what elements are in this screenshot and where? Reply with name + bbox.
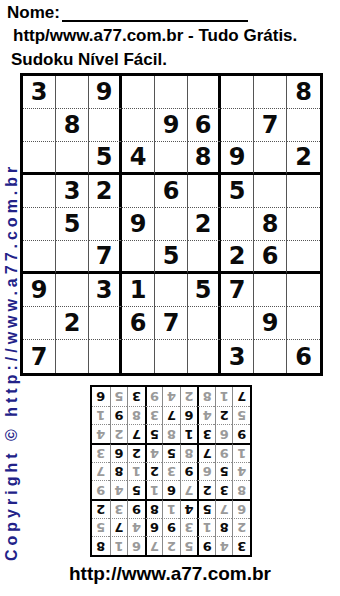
solution-cell-r9c8: 5 bbox=[110, 387, 128, 406]
solution-cell-r1c6: 7 bbox=[145, 536, 163, 555]
puzzle-cell-r9c6[interactable] bbox=[188, 340, 221, 373]
solution-cell-r5c2: 5 bbox=[215, 462, 233, 481]
solution-cell-r9c4: 2 bbox=[180, 387, 198, 406]
puzzle-cell-r4c1[interactable] bbox=[23, 175, 56, 208]
puzzle-cell-r5c9[interactable] bbox=[287, 208, 320, 241]
puzzle-cell-r6c8: 6 bbox=[254, 241, 287, 274]
puzzle-cell-r3c4: 4 bbox=[122, 142, 155, 175]
solution-cell-r7c9: 4 bbox=[92, 424, 110, 443]
puzzle-cell-r2c3[interactable] bbox=[89, 109, 122, 142]
puzzle-cell-r2c5: 9 bbox=[155, 109, 188, 142]
puzzle-cell-r8c4: 6 bbox=[122, 307, 155, 340]
puzzle-cell-r7c9[interactable] bbox=[287, 274, 320, 307]
puzzle-cell-r1c8[interactable] bbox=[254, 76, 287, 109]
solution-cell-r9c7: 3 bbox=[127, 387, 145, 406]
puzzle-cell-r5c1[interactable] bbox=[23, 208, 56, 241]
puzzle-cell-r7c4: 1 bbox=[122, 274, 155, 307]
solution-cell-r2c4: 3 bbox=[180, 518, 198, 537]
puzzle-cell-r7c8[interactable] bbox=[254, 274, 287, 307]
solution-cell-r9c9: 6 bbox=[92, 387, 110, 406]
solution-cell-r4c3: 2 bbox=[197, 480, 215, 499]
name-row: Nome: bbox=[7, 3, 248, 22]
puzzle-cell-r6c3: 7 bbox=[89, 241, 122, 274]
puzzle-cell-r3c9: 2 bbox=[287, 142, 320, 175]
solution-cell-r4c9: 9 bbox=[92, 480, 110, 499]
puzzle-cell-r4c5: 6 bbox=[155, 175, 188, 208]
puzzle-cell-r6c2[interactable] bbox=[56, 241, 89, 274]
puzzle-grid: 398896754892326559287526931572679736 bbox=[20, 73, 323, 376]
solution-cell-r4c6: 1 bbox=[145, 480, 163, 499]
solution-cell-r2c7: 4 bbox=[127, 518, 145, 537]
puzzle-cell-r1c7[interactable] bbox=[221, 76, 254, 109]
solution-cell-r5c6: 2 bbox=[145, 462, 163, 481]
puzzle-cell-r3c6: 8 bbox=[188, 142, 221, 175]
puzzle-cell-r8c8: 9 bbox=[254, 307, 287, 340]
solution-cell-r5c5: 3 bbox=[162, 462, 180, 481]
name-underline bbox=[62, 3, 248, 22]
puzzle-cell-r8c5: 7 bbox=[155, 307, 188, 340]
solution-cell-r7c2: 6 bbox=[215, 424, 233, 443]
puzzle-cell-r2c2: 8 bbox=[56, 109, 89, 142]
puzzle-cell-r2c4[interactable] bbox=[122, 109, 155, 142]
solution-cell-r1c2: 4 bbox=[215, 536, 233, 555]
solution-cell-r8c8: 9 bbox=[110, 406, 128, 425]
puzzle-cell-r5c3[interactable] bbox=[89, 208, 122, 241]
puzzle-cell-r7c3: 3 bbox=[89, 274, 122, 307]
puzzle-cell-r7c5[interactable] bbox=[155, 274, 188, 307]
solution-cell-r3c8: 3 bbox=[110, 499, 128, 518]
solution-cell-r9c5: 4 bbox=[162, 387, 180, 406]
puzzle-cell-r7c7: 7 bbox=[221, 274, 254, 307]
puzzle-level-title: Sudoku Nível Fácil. bbox=[11, 50, 167, 70]
solution-cell-r6c2: 9 bbox=[215, 443, 233, 462]
puzzle-cell-r8c9[interactable] bbox=[287, 307, 320, 340]
puzzle-cell-r1c5[interactable] bbox=[155, 76, 188, 109]
solution-cell-r3c3: 5 bbox=[197, 499, 215, 518]
puzzle-cell-r2c8: 7 bbox=[254, 109, 287, 142]
solution-cell-r5c8: 8 bbox=[110, 462, 128, 481]
solution-cell-r8c9: 1 bbox=[92, 406, 110, 425]
puzzle-cell-r1c4[interactable] bbox=[122, 76, 155, 109]
solution-cell-r2c3: 1 bbox=[197, 518, 215, 537]
puzzle-cell-r9c9: 6 bbox=[287, 340, 320, 373]
solution-cell-r4c1: 8 bbox=[232, 480, 250, 499]
puzzle-cell-r3c5[interactable] bbox=[155, 142, 188, 175]
solution-cell-r8c6: 3 bbox=[145, 406, 163, 425]
sudoku-print-page: Nome: http/www.a77.com.br - Tudo Grátis.… bbox=[0, 0, 340, 596]
puzzle-cell-r4c3: 2 bbox=[89, 175, 122, 208]
solution-cell-r7c6: 5 bbox=[145, 424, 163, 443]
puzzle-cell-r7c2[interactable] bbox=[56, 274, 89, 307]
puzzle-cell-r6c4[interactable] bbox=[122, 241, 155, 274]
solution-cell-r1c4: 5 bbox=[180, 536, 198, 555]
puzzle-cell-r8c1[interactable] bbox=[23, 307, 56, 340]
puzzle-cell-r4c6[interactable] bbox=[188, 175, 221, 208]
solution-cell-r7c5: 8 bbox=[162, 424, 180, 443]
puzzle-cell-r3c3: 5 bbox=[89, 142, 122, 175]
puzzle-cell-r2c7[interactable] bbox=[221, 109, 254, 142]
puzzle-cell-r9c4[interactable] bbox=[122, 340, 155, 373]
puzzle-cell-r8c6[interactable] bbox=[188, 307, 221, 340]
solution-cell-r6c3: 7 bbox=[197, 443, 215, 462]
puzzle-cell-r1c3: 9 bbox=[89, 76, 122, 109]
solution-grid: 3495276182813964756754189328327615494569… bbox=[90, 385, 252, 557]
solution-cell-r7c3: 3 bbox=[197, 424, 215, 443]
solution-cell-r8c1: 5 bbox=[232, 406, 250, 425]
solution-cell-r9c2: 1 bbox=[215, 387, 233, 406]
puzzle-cell-r5c6: 2 bbox=[188, 208, 221, 241]
solution-cell-r7c8: 2 bbox=[110, 424, 128, 443]
solution-cell-r2c8: 7 bbox=[110, 518, 128, 537]
solution-cell-r5c3: 6 bbox=[197, 462, 215, 481]
puzzle-cell-r7c6: 5 bbox=[188, 274, 221, 307]
solution-cell-r9c1: 7 bbox=[232, 387, 250, 406]
solution-cell-r2c5: 9 bbox=[162, 518, 180, 537]
solution-cell-r7c4: 1 bbox=[180, 424, 198, 443]
puzzle-cell-r9c1: 7 bbox=[23, 340, 56, 373]
solution-cell-r6c9: 3 bbox=[92, 443, 110, 462]
puzzle-cell-r9c5[interactable] bbox=[155, 340, 188, 373]
solution-cell-r8c4: 6 bbox=[180, 406, 198, 425]
solution-cell-r9c6: 9 bbox=[145, 387, 163, 406]
solution-cell-r8c3: 4 bbox=[197, 406, 215, 425]
puzzle-cell-r1c9: 8 bbox=[287, 76, 320, 109]
header-site-url: http/www.a77.com.br - Tudo Grátis. bbox=[13, 26, 297, 46]
puzzle-cell-r3c7: 9 bbox=[221, 142, 254, 175]
puzzle-cell-r4c8[interactable] bbox=[254, 175, 287, 208]
solution-cell-r5c1: 4 bbox=[232, 462, 250, 481]
puzzle-cell-r9c7: 3 bbox=[221, 340, 254, 373]
solution-cell-r7c7: 7 bbox=[127, 424, 145, 443]
puzzle-cell-r2c1[interactable] bbox=[23, 109, 56, 142]
solution-cell-r6c1: 1 bbox=[232, 443, 250, 462]
solution-cell-r8c2: 2 bbox=[215, 406, 233, 425]
solution-cell-r3c5: 1 bbox=[162, 499, 180, 518]
puzzle-cell-r1c6[interactable] bbox=[188, 76, 221, 109]
puzzle-cell-r9c3[interactable] bbox=[89, 340, 122, 373]
solution-cell-r3c1: 6 bbox=[232, 499, 250, 518]
solution-cell-r4c8: 4 bbox=[110, 480, 128, 499]
solution-cell-r5c7: 1 bbox=[127, 462, 145, 481]
solution-cell-r1c8: 1 bbox=[110, 536, 128, 555]
puzzle-cell-r9c2[interactable] bbox=[56, 340, 89, 373]
puzzle-cell-r6c1[interactable] bbox=[23, 241, 56, 274]
puzzle-cell-r3c1[interactable] bbox=[23, 142, 56, 175]
puzzle-cell-r4c9[interactable] bbox=[287, 175, 320, 208]
solution-cell-r5c4: 9 bbox=[180, 462, 198, 481]
puzzle-cell-r8c7[interactable] bbox=[221, 307, 254, 340]
puzzle-cell-r4c7: 5 bbox=[221, 175, 254, 208]
solution-cell-r6c8: 6 bbox=[110, 443, 128, 462]
solution-cell-r3c4: 4 bbox=[180, 499, 198, 518]
solution-cell-r4c7: 5 bbox=[127, 480, 145, 499]
puzzle-cell-r1c1: 3 bbox=[23, 76, 56, 109]
puzzle-cell-r7c1: 9 bbox=[23, 274, 56, 307]
solution-cell-r8c7: 8 bbox=[127, 406, 145, 425]
puzzle-cell-r6c7: 2 bbox=[221, 241, 254, 274]
puzzle-cell-r5c8: 8 bbox=[254, 208, 287, 241]
puzzle-cell-r5c7[interactable] bbox=[221, 208, 254, 241]
puzzle-cell-r3c8[interactable] bbox=[254, 142, 287, 175]
solution-cell-r1c1: 3 bbox=[232, 536, 250, 555]
solution-cell-r3c7: 9 bbox=[127, 499, 145, 518]
puzzle-cell-r2c9[interactable] bbox=[287, 109, 320, 142]
solution-cell-r6c4: 8 bbox=[180, 443, 198, 462]
copyright-vertical-text: Copyright © http://www.a77.com.br bbox=[3, 163, 21, 561]
puzzle-cell-r4c4[interactable] bbox=[122, 175, 155, 208]
solution-cell-r1c5: 2 bbox=[162, 536, 180, 555]
puzzle-cell-r4c2: 3 bbox=[56, 175, 89, 208]
puzzle-cell-r5c4: 9 bbox=[122, 208, 155, 241]
solution-cell-r1c7: 6 bbox=[127, 536, 145, 555]
solution-cell-r3c9: 2 bbox=[92, 499, 110, 518]
puzzle-cell-r5c5[interactable] bbox=[155, 208, 188, 241]
puzzle-cell-r6c6[interactable] bbox=[188, 241, 221, 274]
solution-cell-r3c6: 8 bbox=[145, 499, 163, 518]
solution-cell-r6c7: 2 bbox=[127, 443, 145, 462]
solution-cell-r1c9: 8 bbox=[92, 536, 110, 555]
solution-cell-r7c1: 9 bbox=[232, 424, 250, 443]
footer-url: http://www.a77.com.br bbox=[0, 563, 340, 585]
solution-cell-r2c9: 5 bbox=[92, 518, 110, 537]
solution-cell-r8c5: 7 bbox=[162, 406, 180, 425]
solution-cell-r9c3: 8 bbox=[197, 387, 215, 406]
solution-cell-r3c2: 7 bbox=[215, 499, 233, 518]
puzzle-cell-r2c6: 6 bbox=[188, 109, 221, 142]
solution-cell-r6c6: 4 bbox=[145, 443, 163, 462]
solution-cell-r2c1: 2 bbox=[232, 518, 250, 537]
puzzle-cell-r8c2: 2 bbox=[56, 307, 89, 340]
solution-cell-r4c5: 6 bbox=[162, 480, 180, 499]
puzzle-cell-r5c2: 5 bbox=[56, 208, 89, 241]
puzzle-cell-r6c5: 5 bbox=[155, 241, 188, 274]
puzzle-cell-r9c8[interactable] bbox=[254, 340, 287, 373]
solution-cell-r6c5: 5 bbox=[162, 443, 180, 462]
puzzle-cell-r6c9[interactable] bbox=[287, 241, 320, 274]
solution-cell-r4c4: 7 bbox=[180, 480, 198, 499]
solution-cell-r2c2: 8 bbox=[215, 518, 233, 537]
puzzle-cell-r8c3[interactable] bbox=[89, 307, 122, 340]
puzzle-cell-r1c2[interactable] bbox=[56, 76, 89, 109]
solution-cell-r1c3: 9 bbox=[197, 536, 215, 555]
puzzle-cell-r3c2[interactable] bbox=[56, 142, 89, 175]
solution-cell-r5c9: 7 bbox=[92, 462, 110, 481]
solution-cell-r4c2: 3 bbox=[215, 480, 233, 499]
name-label: Nome: bbox=[7, 3, 60, 22]
solution-cell-r2c6: 6 bbox=[145, 518, 163, 537]
